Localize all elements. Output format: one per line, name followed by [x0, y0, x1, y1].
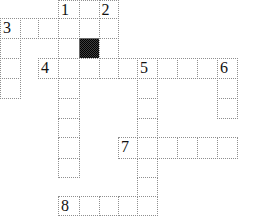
crossword-cell[interactable]: [99, 38, 120, 59]
clue-number: 6: [220, 59, 228, 76]
crossword-cell[interactable]: 4: [38, 58, 59, 79]
crossword-cell[interactable]: [79, 18, 100, 39]
blocked-cell: [79, 38, 100, 59]
crossword-cell[interactable]: [99, 18, 120, 39]
crossword-cell[interactable]: [58, 158, 80, 178]
crossword-cell[interactable]: [197, 137, 218, 159]
crossword-cell[interactable]: [217, 98, 238, 119]
crossword-cell[interactable]: 3: [0, 18, 21, 39]
crossword-cell[interactable]: [0, 58, 21, 79]
crossword-cell[interactable]: [58, 137, 80, 159]
clue-number: 4: [41, 59, 49, 76]
crossword-cell[interactable]: 1: [58, 0, 80, 19]
crossword-cell[interactable]: 6: [217, 58, 238, 79]
crossword-cell[interactable]: [177, 137, 198, 159]
crossword-cell[interactable]: [58, 78, 80, 99]
crossword-cell[interactable]: [118, 196, 138, 216]
crossword-cell[interactable]: [118, 58, 138, 79]
clue-number: 3: [3, 19, 11, 36]
crossword-page: 12345678: [0, 0, 256, 216]
crossword-cell[interactable]: [99, 196, 120, 216]
crossword-cell[interactable]: [137, 78, 158, 99]
crossword-cell[interactable]: [137, 98, 158, 119]
crossword-cell[interactable]: [79, 196, 100, 216]
crossword-cell[interactable]: [217, 137, 238, 159]
crossword-cell[interactable]: [58, 98, 80, 119]
crossword-cell[interactable]: [20, 18, 40, 39]
crossword-cell[interactable]: [58, 58, 80, 79]
crossword-cell[interactable]: [99, 58, 120, 79]
crossword-cell[interactable]: 8: [58, 196, 80, 216]
crossword-cell[interactable]: [137, 177, 158, 197]
crossword-cell[interactable]: [0, 78, 21, 99]
crossword-cell[interactable]: 5: [137, 58, 158, 79]
crossword-cell[interactable]: [0, 38, 21, 59]
crossword-cell[interactable]: 7: [118, 137, 138, 159]
crossword-cell[interactable]: 2: [99, 0, 120, 19]
crossword-cell[interactable]: [177, 58, 198, 79]
crossword-cell[interactable]: [38, 18, 59, 39]
crossword-cell[interactable]: [137, 158, 158, 178]
crossword-cell[interactable]: [137, 137, 158, 159]
clue-number: 5: [140, 59, 148, 76]
clue-number: 2: [102, 1, 110, 18]
clue-number: 1: [61, 1, 69, 18]
crossword-cell[interactable]: [137, 196, 158, 216]
crossword-cell[interactable]: [58, 18, 80, 39]
crossword-cell[interactable]: [79, 58, 100, 79]
crossword-cell[interactable]: [217, 78, 238, 99]
crossword-cell[interactable]: [157, 137, 178, 159]
clue-number: 7: [121, 138, 129, 155]
crossword-cell[interactable]: [58, 118, 80, 138]
clue-number: 8: [61, 197, 69, 214]
crossword-board: 12345678: [0, 0, 256, 216]
crossword-cell[interactable]: [197, 58, 218, 79]
crossword-cell[interactable]: [157, 58, 178, 79]
crossword-cell[interactable]: [58, 38, 80, 59]
crossword-cell[interactable]: [137, 118, 158, 138]
crossword-cell[interactable]: [79, 0, 100, 19]
